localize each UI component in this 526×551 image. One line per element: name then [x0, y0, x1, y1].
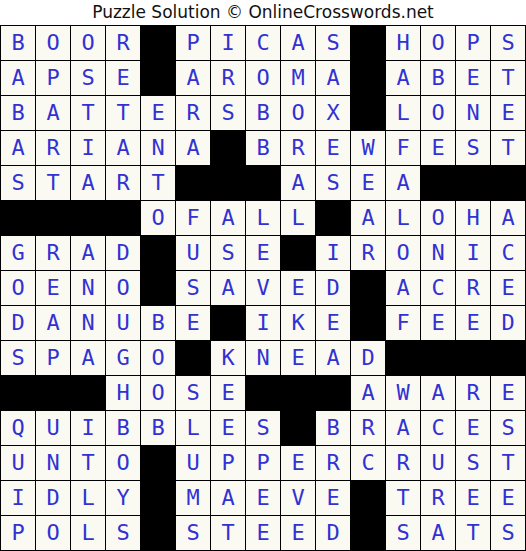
letter-cell-r11c5: O	[141, 376, 175, 410]
letter-cell-r13c10: R	[316, 446, 350, 480]
letter-cell-r3c15: E	[491, 96, 525, 130]
block-cell-r15c11	[351, 516, 385, 550]
letter-cell-r13c2: N	[36, 446, 70, 480]
letter-cell-r7c10: I	[316, 236, 350, 270]
letter-cell-r2c6: A	[176, 61, 210, 95]
letter-cell-r13c6: U	[176, 446, 210, 480]
block-cell-r11c1	[1, 376, 35, 410]
block-cell-r6c1	[1, 201, 35, 235]
block-cell-r14c5	[141, 481, 175, 515]
crossword-grid: BOORPICASHOPSAPSEAROMAABETBATTERSBOXLONE…	[0, 25, 526, 551]
letter-cell-r2c7: R	[211, 61, 245, 95]
letter-cell-r10c11: D	[351, 341, 385, 375]
letter-cell-r1c3: O	[71, 26, 105, 60]
block-cell-r9c11	[351, 306, 385, 340]
letter-cell-r11c13: A	[421, 376, 455, 410]
letter-cell-r7c4: D	[106, 236, 140, 270]
letter-cell-r5c5: T	[141, 166, 175, 200]
letter-cell-r2c10: A	[316, 61, 350, 95]
letter-cell-r2c9: M	[281, 61, 315, 95]
block-cell-r5c15	[491, 166, 525, 200]
block-cell-r10c13	[421, 341, 455, 375]
letter-cell-r9c3: N	[71, 306, 105, 340]
letter-cell-r14c8: E	[246, 481, 280, 515]
letter-cell-r13c4: O	[106, 446, 140, 480]
letter-cell-r2c13: B	[421, 61, 455, 95]
letter-cell-r8c13: C	[421, 271, 455, 305]
letter-cell-r14c4: Y	[106, 481, 140, 515]
letter-cell-r4c1: A	[1, 131, 35, 165]
letter-cell-r4c5: N	[141, 131, 175, 165]
letter-cell-r1c6: P	[176, 26, 210, 60]
letter-cell-r7c6: U	[176, 236, 210, 270]
letter-cell-r12c14: E	[456, 411, 490, 445]
letter-cell-r6c12: L	[386, 201, 420, 235]
letter-cell-r10c8: N	[246, 341, 280, 375]
letter-cell-r12c7: E	[211, 411, 245, 445]
block-cell-r10c6	[176, 341, 210, 375]
block-cell-r7c9	[281, 236, 315, 270]
letter-cell-r1c8: C	[246, 26, 280, 60]
letter-cell-r3c5: E	[141, 96, 175, 130]
letter-cell-r13c3: T	[71, 446, 105, 480]
block-cell-r11c8	[246, 376, 280, 410]
letter-cell-r2c14: E	[456, 61, 490, 95]
letter-cell-r7c2: R	[36, 236, 70, 270]
letter-cell-r9c12: F	[386, 306, 420, 340]
letter-cell-r13c12: R	[386, 446, 420, 480]
letter-cell-r1c4: R	[106, 26, 140, 60]
block-cell-r7c5	[141, 236, 175, 270]
block-cell-r2c11	[351, 61, 385, 95]
letter-cell-r12c3: I	[71, 411, 105, 445]
letter-cell-r1c7: I	[211, 26, 245, 60]
letter-cell-r12c8: S	[246, 411, 280, 445]
letter-cell-r8c2: E	[36, 271, 70, 305]
letter-cell-r13c1: U	[1, 446, 35, 480]
letter-cell-r6c14: H	[456, 201, 490, 235]
letter-cell-r15c14: T	[456, 516, 490, 550]
letter-cell-r4c8: B	[246, 131, 280, 165]
block-cell-r12c9	[281, 411, 315, 445]
letter-cell-r2c2: P	[36, 61, 70, 95]
letter-cell-r10c2: P	[36, 341, 70, 375]
block-cell-r14c11	[351, 481, 385, 515]
block-cell-r11c9	[281, 376, 315, 410]
letter-cell-r8c6: S	[176, 271, 210, 305]
letter-cell-r5c1: S	[1, 166, 35, 200]
letter-cell-r9c15: D	[491, 306, 525, 340]
letter-cell-r8c14: R	[456, 271, 490, 305]
block-cell-r5c13	[421, 166, 455, 200]
letter-cell-r4c15: T	[491, 131, 525, 165]
letter-cell-r6c5: O	[141, 201, 175, 235]
letter-cell-r11c14: R	[456, 376, 490, 410]
letter-cell-r9c6: E	[176, 306, 210, 340]
block-cell-r2c5	[141, 61, 175, 95]
letter-cell-r11c7: E	[211, 376, 245, 410]
letter-cell-r9c14: E	[456, 306, 490, 340]
letter-cell-r11c6: S	[176, 376, 210, 410]
letter-cell-r8c9: E	[281, 271, 315, 305]
letter-cell-r9c9: K	[281, 306, 315, 340]
letter-cell-r4c12: F	[386, 131, 420, 165]
letter-cell-r3c6: R	[176, 96, 210, 130]
letter-cell-r1c12: H	[386, 26, 420, 60]
letter-cell-r3c12: L	[386, 96, 420, 130]
letter-cell-r13c13: U	[421, 446, 455, 480]
letter-cell-r12c6: L	[176, 411, 210, 445]
letter-cell-r15c3: L	[71, 516, 105, 550]
letter-cell-r1c10: S	[316, 26, 350, 60]
letter-cell-r6c6: F	[176, 201, 210, 235]
letter-cell-r12c12: A	[386, 411, 420, 445]
letter-cell-r15c7: T	[211, 516, 245, 550]
letter-cell-r4c14: S	[456, 131, 490, 165]
letter-cell-r10c1: S	[1, 341, 35, 375]
letter-cell-r7c7: S	[211, 236, 245, 270]
letter-cell-r13c9: E	[281, 446, 315, 480]
letter-cell-r9c1: D	[1, 306, 35, 340]
letter-cell-r4c13: E	[421, 131, 455, 165]
block-cell-r1c5	[141, 26, 175, 60]
letter-cell-r11c4: H	[106, 376, 140, 410]
letter-cell-r8c1: O	[1, 271, 35, 305]
letter-cell-r10c3: A	[71, 341, 105, 375]
letter-cell-r15c2: O	[36, 516, 70, 550]
letter-cell-r15c13: A	[421, 516, 455, 550]
letter-cell-r10c9: E	[281, 341, 315, 375]
letter-cell-r7c3: A	[71, 236, 105, 270]
letter-cell-r15c15: S	[491, 516, 525, 550]
letter-cell-r1c2: O	[36, 26, 70, 60]
letter-cell-r8c3: N	[71, 271, 105, 305]
letter-cell-r7c13: N	[421, 236, 455, 270]
letter-cell-r10c5: O	[141, 341, 175, 375]
letter-cell-r13c15: T	[491, 446, 525, 480]
letter-cell-r9c10: E	[316, 306, 350, 340]
block-cell-r10c12	[386, 341, 420, 375]
letter-cell-r5c3: A	[71, 166, 105, 200]
letter-cell-r13c7: P	[211, 446, 245, 480]
letter-cell-r1c1: B	[1, 26, 35, 60]
letter-cell-r8c12: A	[386, 271, 420, 305]
letter-cell-r6c11: A	[351, 201, 385, 235]
letter-cell-r6c15: A	[491, 201, 525, 235]
letter-cell-r15c12: S	[386, 516, 420, 550]
letter-cell-r4c2: R	[36, 131, 70, 165]
letter-cell-r3c14: N	[456, 96, 490, 130]
block-cell-r9c7	[211, 306, 245, 340]
block-cell-r11c3	[71, 376, 105, 410]
block-cell-r5c8	[246, 166, 280, 200]
letter-cell-r5c9: A	[281, 166, 315, 200]
letter-cell-r7c12: O	[386, 236, 420, 270]
letter-cell-r15c4: S	[106, 516, 140, 550]
block-cell-r13c5	[141, 446, 175, 480]
letter-cell-r1c14: P	[456, 26, 490, 60]
letter-cell-r5c12: A	[386, 166, 420, 200]
letter-cell-r3c10: X	[316, 96, 350, 130]
letter-cell-r12c11: R	[351, 411, 385, 445]
block-cell-r1c11	[351, 26, 385, 60]
letter-cell-r5c11: E	[351, 166, 385, 200]
letter-cell-r3c3: T	[71, 96, 105, 130]
block-cell-r10c15	[491, 341, 525, 375]
letter-cell-r13c11: C	[351, 446, 385, 480]
letter-cell-r2c4: E	[106, 61, 140, 95]
letter-cell-r3c2: A	[36, 96, 70, 130]
letter-cell-r15c9: E	[281, 516, 315, 550]
block-cell-r10c14	[456, 341, 490, 375]
letter-cell-r5c2: T	[36, 166, 70, 200]
letter-cell-r14c3: L	[71, 481, 105, 515]
letter-cell-r14c1: I	[1, 481, 35, 515]
block-cell-r6c10	[316, 201, 350, 235]
letter-cell-r14c10: E	[316, 481, 350, 515]
letter-cell-r6c7: A	[211, 201, 245, 235]
letter-cell-r12c13: C	[421, 411, 455, 445]
letter-cell-r6c8: L	[246, 201, 280, 235]
letter-cell-r6c13: O	[421, 201, 455, 235]
letter-cell-r14c14: E	[456, 481, 490, 515]
letter-cell-r6c9: L	[281, 201, 315, 235]
letter-cell-r7c14: I	[456, 236, 490, 270]
letter-cell-r2c3: S	[71, 61, 105, 95]
letter-cell-r2c1: A	[1, 61, 35, 95]
letter-cell-r2c15: T	[491, 61, 525, 95]
block-cell-r8c5	[141, 271, 175, 305]
block-cell-r6c2	[36, 201, 70, 235]
letter-cell-r2c8: O	[246, 61, 280, 95]
letter-cell-r4c9: R	[281, 131, 315, 165]
block-cell-r4c7	[211, 131, 245, 165]
letter-cell-r8c8: V	[246, 271, 280, 305]
letter-cell-r14c9: V	[281, 481, 315, 515]
letter-cell-r5c4: R	[106, 166, 140, 200]
letter-cell-r14c12: T	[386, 481, 420, 515]
block-cell-r6c3	[71, 201, 105, 235]
letter-cell-r3c8: B	[246, 96, 280, 130]
block-cell-r8c11	[351, 271, 385, 305]
letter-cell-r1c15: S	[491, 26, 525, 60]
letter-cell-r3c9: O	[281, 96, 315, 130]
block-cell-r6c4	[106, 201, 140, 235]
letter-cell-r11c15: E	[491, 376, 525, 410]
letter-cell-r7c15: C	[491, 236, 525, 270]
letter-cell-r2c12: A	[386, 61, 420, 95]
letter-cell-r8c10: D	[316, 271, 350, 305]
letter-cell-r7c8: E	[246, 236, 280, 270]
letter-cell-r14c15: E	[491, 481, 525, 515]
letter-cell-r14c13: R	[421, 481, 455, 515]
letter-cell-r10c10: A	[316, 341, 350, 375]
letter-cell-r15c6: S	[176, 516, 210, 550]
letter-cell-r10c7: K	[211, 341, 245, 375]
letter-cell-r7c1: G	[1, 236, 35, 270]
letter-cell-r9c13: E	[421, 306, 455, 340]
letter-cell-r15c8: E	[246, 516, 280, 550]
letter-cell-r13c14: S	[456, 446, 490, 480]
letter-cell-r4c11: W	[351, 131, 385, 165]
letter-cell-r4c6: A	[176, 131, 210, 165]
letter-cell-r12c5: B	[141, 411, 175, 445]
letter-cell-r1c13: O	[421, 26, 455, 60]
letter-cell-r15c10: D	[316, 516, 350, 550]
letter-cell-r3c7: S	[211, 96, 245, 130]
letter-cell-r10c4: G	[106, 341, 140, 375]
letter-cell-r8c4: O	[106, 271, 140, 305]
letter-cell-r11c11: A	[351, 376, 385, 410]
letter-cell-r4c10: E	[316, 131, 350, 165]
letter-cell-r3c4: T	[106, 96, 140, 130]
letter-cell-r9c2: A	[36, 306, 70, 340]
letter-cell-r12c1: Q	[1, 411, 35, 445]
letter-cell-r9c5: B	[141, 306, 175, 340]
letter-cell-r8c15: E	[491, 271, 525, 305]
block-cell-r5c6	[176, 166, 210, 200]
block-cell-r15c5	[141, 516, 175, 550]
block-cell-r5c7	[211, 166, 245, 200]
letter-cell-r4c4: A	[106, 131, 140, 165]
letter-cell-r7c11: R	[351, 236, 385, 270]
letter-cell-r12c4: B	[106, 411, 140, 445]
letter-cell-r12c2: U	[36, 411, 70, 445]
letter-cell-r4c3: I	[71, 131, 105, 165]
block-cell-r11c2	[36, 376, 70, 410]
letter-cell-r11c12: W	[386, 376, 420, 410]
letter-cell-r12c15: S	[491, 411, 525, 445]
letter-cell-r13c8: P	[246, 446, 280, 480]
block-cell-r5c14	[456, 166, 490, 200]
letter-cell-r14c2: D	[36, 481, 70, 515]
letter-cell-r9c8: I	[246, 306, 280, 340]
letter-cell-r14c6: M	[176, 481, 210, 515]
block-cell-r11c10	[316, 376, 350, 410]
letter-cell-r14c7: A	[211, 481, 245, 515]
letter-cell-r12c10: B	[316, 411, 350, 445]
letter-cell-r3c1: B	[1, 96, 35, 130]
block-cell-r3c11	[351, 96, 385, 130]
letter-cell-r15c1: P	[1, 516, 35, 550]
letter-cell-r8c7: A	[211, 271, 245, 305]
letter-cell-r3c13: O	[421, 96, 455, 130]
letter-cell-r1c9: A	[281, 26, 315, 60]
letter-cell-r5c10: S	[316, 166, 350, 200]
letter-cell-r9c4: U	[106, 306, 140, 340]
puzzle-title: Puzzle Solution © OnlineCrosswords.net	[0, 0, 526, 25]
